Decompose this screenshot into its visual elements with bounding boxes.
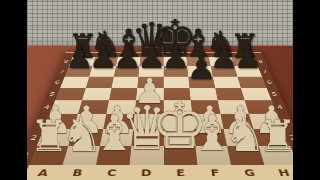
letterbox-left [0, 0, 27, 180]
black-pawn-e7[interactable]: ♟ [161, 42, 189, 74]
white-rook-h1[interactable]: ♜ [258, 115, 293, 158]
photo-area: 87654321 87654321 ABCDEFGH ♜♞♝♛♚♝♞♜♟♟♟♟♟… [27, 0, 293, 180]
black-pawn-f6[interactable]: ♟ [187, 52, 216, 85]
letterbox-right [293, 0, 320, 180]
video-frame: 87654321 87654321 ABCDEFGH ♜♞♝♛♚♝♞♜♟♟♟♟♟… [0, 0, 320, 180]
pieces-layer: ♜♞♝♛♚♝♞♜♟♟♟♟♟♟♟♟♟♟♟♟♟♟♟♟♜♞♝♛♚♝♞♜ [27, 0, 293, 180]
black-pawn-h7[interactable]: ♟ [234, 42, 262, 74]
